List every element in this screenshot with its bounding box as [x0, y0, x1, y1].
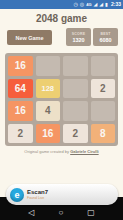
score-label: SCORE [72, 32, 85, 36]
empty-cell [91, 101, 116, 121]
signal-icon-sim2: ◢ [99, 0, 103, 9]
nav-home-button[interactable]: ○ [58, 208, 63, 217]
gabriele-cirulli-link[interactable]: Gabriele Cirulli [70, 149, 98, 154]
nav-recents-button[interactable]: ▢ [87, 208, 95, 217]
status-bar: ◷ ◎ 4G ◢ ◢ ▮ 2:33 [0, 0, 123, 9]
empty-cell [36, 56, 61, 76]
tile-16: 16 [8, 56, 33, 76]
tile-64: 64 [8, 79, 33, 99]
tile-4: 4 [36, 101, 61, 121]
screen: ◷ ◎ 4G ◢ ◢ ▮ 2:33 2048 game New Game SCO… [0, 0, 123, 220]
attribution-caption: Original game created by Gabriele Cirull… [0, 149, 123, 154]
tile-128: 128 [36, 79, 61, 99]
signal-icon-sim1: ◢ [94, 0, 98, 9]
page-title: 2048 game [0, 13, 123, 24]
empty-cell [63, 79, 88, 99]
notification-toast[interactable]: e Escan7 Found Live [6, 184, 118, 205]
alarm-icon: ◷ [73, 0, 77, 9]
score-value: 1320 [72, 37, 84, 43]
tile-8: 8 [91, 124, 116, 144]
tile-2: 2 [8, 124, 33, 144]
empty-cell [63, 101, 88, 121]
escan-app-icon: e [10, 188, 24, 202]
empty-cell [91, 56, 116, 76]
score-box: SCORE 1320 [66, 28, 91, 46]
network-type-icon: 4G [86, 0, 91, 9]
controls-row: New Game SCORE 1320 BEST 6080 [7, 28, 118, 46]
score-boxes: SCORE 1320 BEST 6080 [66, 28, 118, 46]
clock-text: 2:33 [111, 0, 121, 9]
new-game-button[interactable]: New Game [7, 30, 52, 45]
toast-title: Escan7 [27, 189, 48, 196]
attribution-text: Original game created by [24, 149, 70, 154]
board[interactable]: 1664128216421628 [5, 53, 118, 146]
toast-subtitle: Found Live [27, 196, 48, 200]
best-value: 6080 [99, 37, 111, 43]
tile-16: 16 [8, 101, 33, 121]
tile-2: 2 [63, 124, 88, 144]
nav-back-button[interactable]: ◁ [28, 208, 34, 217]
tile-2: 2 [91, 79, 116, 99]
battery-icon: ▮ [105, 0, 108, 9]
best-label: BEST [100, 32, 110, 36]
tile-16: 16 [36, 124, 61, 144]
data-saver-icon: ◎ [80, 0, 84, 9]
best-box: BEST 6080 [93, 28, 118, 46]
empty-cell [63, 56, 88, 76]
